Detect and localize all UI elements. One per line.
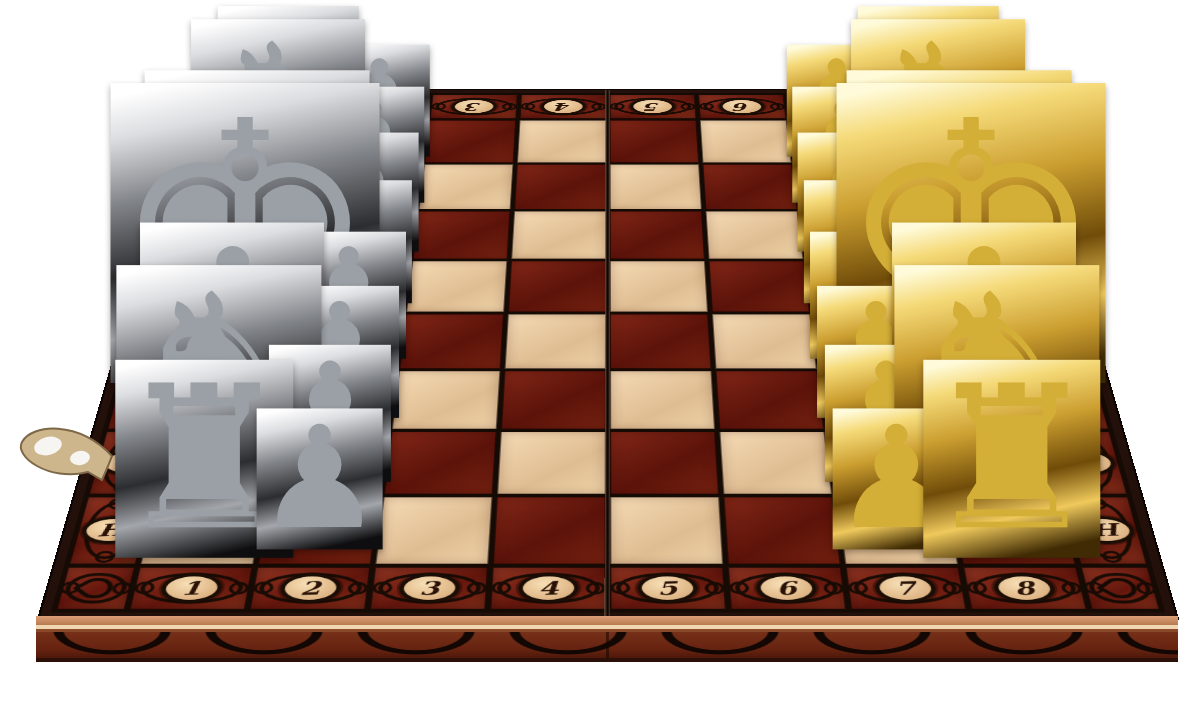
black-rook-h8[interactable]: ♜ [923,360,1100,558]
white-pawn-h2[interactable]: ♟ [256,408,383,549]
pieces-layer: ♜♟♟♜♞♟♟♞♝♟♟♝♛♟♟♛♚♟♟♚♝♟♟♝♞♟♟♞♜♟♟♜ [0,0,1200,702]
chess-set-scene: 12345678AABBCCDDEEFFGGHH12345678 ♜♟♟♜♞♟♟… [0,0,1200,702]
